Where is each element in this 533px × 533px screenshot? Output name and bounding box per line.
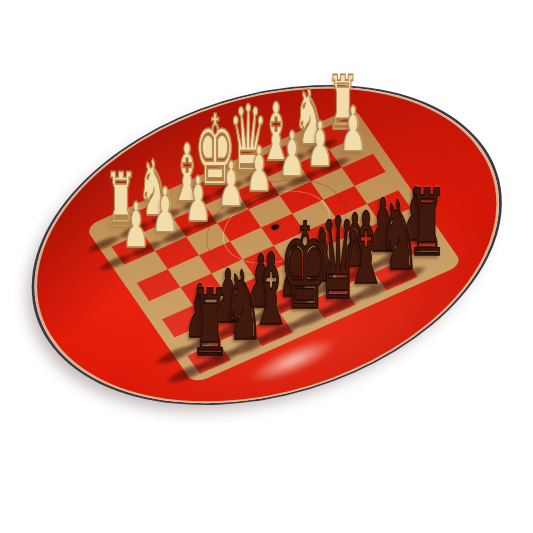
piece-black-rook-h8[interactable]: ♜	[190, 278, 230, 370]
piece-white-pawn-f2[interactable]: ♟	[184, 168, 211, 231]
piece-white-pawn-a2[interactable]: ♟	[340, 98, 367, 161]
piece-white-pawn-d2[interactable]: ♟	[245, 138, 272, 201]
chess-photo-scene: ♜♞♝♚♛♝♞♜♟♟♟♟♟♟♟♟♟♟♟♟♟♟♟♟♜♞♝♚♛♝♞♜	[0, 0, 533, 533]
piece-white-pawn-b2[interactable]: ♟	[307, 113, 334, 176]
piece-white-pawn-e2[interactable]: ♟	[217, 153, 244, 216]
piece-white-pawn-c2[interactable]: ♟	[279, 124, 306, 187]
piece-white-pawn-h2[interactable]: ♟	[123, 194, 150, 257]
piece-white-pawn-g2[interactable]: ♟	[151, 179, 178, 242]
